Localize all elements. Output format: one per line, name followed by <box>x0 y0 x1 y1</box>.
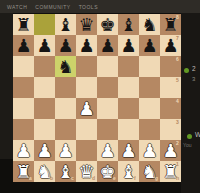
square-a7[interactable]: ♟ <box>13 35 34 56</box>
square-d2[interactable] <box>76 140 97 161</box>
square-a6[interactable] <box>13 56 34 77</box>
square-d8[interactable]: ♛ <box>76 14 97 35</box>
square-a5[interactable] <box>13 77 34 98</box>
square-g6[interactable] <box>139 56 160 77</box>
piece-white-pawn[interactable]: ♟ <box>55 140 76 161</box>
square-d6[interactable] <box>76 56 97 77</box>
nav-item-tools[interactable]: TOOLS <box>79 4 98 10</box>
piece-black-pawn[interactable]: ♟ <box>13 35 34 56</box>
square-b6[interactable] <box>34 56 55 77</box>
online-indicator-top-player <box>184 68 189 73</box>
square-b3[interactable] <box>34 119 55 140</box>
square-a2[interactable]: ♟ <box>13 140 34 161</box>
square-d4[interactable]: ♟ <box>76 98 97 119</box>
square-g3[interactable] <box>139 119 160 140</box>
square-c3[interactable] <box>55 119 76 140</box>
square-f5[interactable] <box>118 77 139 98</box>
rank-label-7: 7 <box>176 36 179 41</box>
rank-label-3: 3 <box>176 120 179 125</box>
piece-black-king[interactable]: ♚ <box>97 14 118 35</box>
rank-label-6: 6 <box>176 57 179 62</box>
square-d7[interactable]: ♟ <box>76 35 97 56</box>
file-label-c: c <box>71 176 74 181</box>
square-c8[interactable]: ♝ <box>55 14 76 35</box>
square-g2[interactable]: ♟ <box>139 140 160 161</box>
square-f6[interactable] <box>118 56 139 77</box>
top-player-rating: 3 <box>192 76 195 82</box>
square-g4[interactable] <box>139 98 160 119</box>
square-c6[interactable]: ♞ <box>55 56 76 77</box>
piece-black-rook[interactable]: ♜ <box>13 14 34 35</box>
square-d3[interactable] <box>76 119 97 140</box>
rank-label-5: 5 <box>176 78 179 83</box>
square-e8[interactable]: ♚ <box>97 14 118 35</box>
square-f8[interactable]: ♝ <box>118 14 139 35</box>
piece-white-pawn[interactable]: ♟ <box>76 98 97 119</box>
piece-black-pawn[interactable]: ♟ <box>97 35 118 56</box>
square-c7[interactable]: ♟ <box>55 35 76 56</box>
piece-black-pawn[interactable]: ♟ <box>55 35 76 56</box>
square-e2[interactable]: ♟ <box>97 140 118 161</box>
file-label-d: d <box>92 176 95 181</box>
chess-board: ♜♝♛♚♝♞♜♟♟♟♟♟♟♟♟♞♟♟♟♟♟♟♟♟♜♞♝♛♚♝♞♜87654321… <box>13 14 181 182</box>
bottom-player-label: You <box>183 142 191 148</box>
square-a8[interactable]: ♜ <box>13 14 34 35</box>
lichess-screen: WATCH COMMUNITY TOOLS ♜♝♛♚♝♞♜♟♟♟♟♟♟♟♟♞♟♟… <box>0 0 200 193</box>
nav-item-community[interactable]: COMMUNITY <box>35 4 70 10</box>
square-g8[interactable]: ♞ <box>139 14 160 35</box>
file-label-f: f <box>134 176 136 181</box>
square-b5[interactable] <box>34 77 55 98</box>
piece-white-pawn[interactable]: ♟ <box>118 140 139 161</box>
square-c5[interactable] <box>55 77 76 98</box>
piece-black-pawn[interactable]: ♟ <box>76 35 97 56</box>
piece-black-queen[interactable]: ♛ <box>76 14 97 35</box>
square-a3[interactable] <box>13 119 34 140</box>
rank-label-2: 2 <box>176 141 179 146</box>
square-f2[interactable]: ♟ <box>118 140 139 161</box>
square-f4[interactable] <box>118 98 139 119</box>
piece-white-pawn[interactable]: ♟ <box>97 140 118 161</box>
file-label-g: g <box>155 176 158 181</box>
square-b4[interactable] <box>34 98 55 119</box>
rank-label-8: 8 <box>176 15 179 20</box>
piece-white-pawn[interactable]: ♟ <box>13 140 34 161</box>
file-label-a: a <box>29 176 32 181</box>
piece-black-bishop[interactable]: ♝ <box>118 14 139 35</box>
piece-black-pawn[interactable]: ♟ <box>139 35 160 56</box>
top-nav-bar: WATCH COMMUNITY TOOLS <box>0 0 200 13</box>
rank-label-1: 1 <box>176 162 179 167</box>
piece-white-pawn[interactable]: ♟ <box>34 140 55 161</box>
file-label-b: b <box>50 176 53 181</box>
square-f7[interactable]: ♟ <box>118 35 139 56</box>
square-e4[interactable] <box>97 98 118 119</box>
page-background-left <box>0 13 13 159</box>
square-b2[interactable]: ♟ <box>34 140 55 161</box>
square-e6[interactable] <box>97 56 118 77</box>
bottom-player-name[interactable]: W <box>195 131 200 138</box>
piece-black-pawn[interactable]: ♟ <box>34 35 55 56</box>
piece-white-pawn[interactable]: ♟ <box>139 140 160 161</box>
piece-black-bishop[interactable]: ♝ <box>55 14 76 35</box>
piece-black-pawn[interactable]: ♟ <box>118 35 139 56</box>
square-e3[interactable] <box>97 119 118 140</box>
rank-label-4: 4 <box>176 99 179 104</box>
square-a4[interactable] <box>13 98 34 119</box>
square-d5[interactable] <box>76 77 97 98</box>
square-e5[interactable] <box>97 77 118 98</box>
piece-black-knight[interactable]: ♞ <box>55 56 76 77</box>
top-player-name[interactable]: 2 <box>192 65 196 72</box>
square-g5[interactable] <box>139 77 160 98</box>
square-c4[interactable] <box>55 98 76 119</box>
square-e7[interactable]: ♟ <box>97 35 118 56</box>
file-label-e: e <box>113 176 116 181</box>
square-c2[interactable]: ♟ <box>55 140 76 161</box>
nav-item-watch[interactable]: WATCH <box>7 4 27 10</box>
square-b7[interactable]: ♟ <box>34 35 55 56</box>
side-panel <box>181 13 200 193</box>
piece-black-knight[interactable]: ♞ <box>139 14 160 35</box>
file-label-h: h <box>176 176 179 181</box>
online-indicator-bottom-player <box>187 134 192 139</box>
square-g7[interactable]: ♟ <box>139 35 160 56</box>
square-f3[interactable] <box>118 119 139 140</box>
square-b8[interactable] <box>34 14 55 35</box>
